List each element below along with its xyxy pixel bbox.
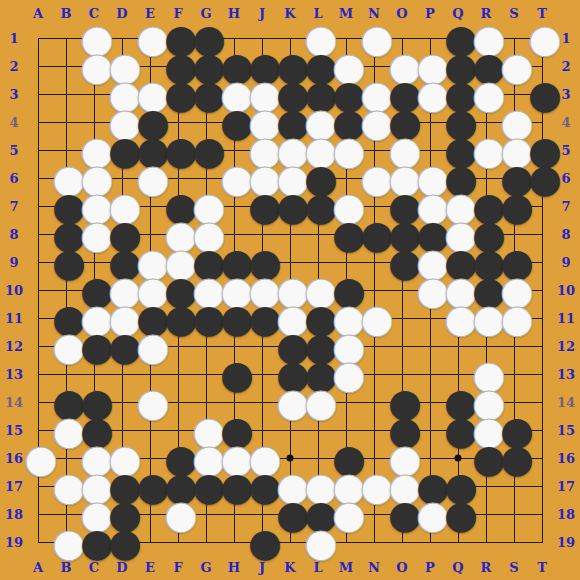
intersection[interactable] (24, 500, 52, 528)
intersection[interactable]: ● (80, 24, 108, 52)
intersection[interactable]: ● (80, 164, 108, 192)
intersection[interactable]: ● (500, 276, 528, 304)
intersection[interactable]: ● (164, 276, 192, 304)
intersection[interactable]: ● (52, 528, 80, 556)
intersection[interactable] (332, 164, 360, 192)
intersection[interactable] (360, 500, 388, 528)
intersection[interactable] (192, 360, 220, 388)
intersection[interactable] (220, 388, 248, 416)
intersection[interactable]: ● (500, 304, 528, 332)
intersection[interactable] (80, 80, 108, 108)
intersection[interactable]: ● (472, 192, 500, 220)
intersection[interactable]: ● (80, 388, 108, 416)
intersection[interactable] (220, 220, 248, 248)
intersection[interactable]: ● (52, 164, 80, 192)
intersection[interactable]: ● (136, 24, 164, 52)
intersection[interactable] (472, 528, 500, 556)
intersection[interactable]: ● (472, 360, 500, 388)
intersection[interactable]: ● (360, 164, 388, 192)
intersection[interactable] (248, 332, 276, 360)
intersection[interactable]: ● (192, 192, 220, 220)
intersection[interactable]: ● (80, 136, 108, 164)
intersection[interactable]: ● (332, 360, 360, 388)
intersection[interactable]: ● (472, 248, 500, 276)
intersection[interactable] (388, 276, 416, 304)
intersection[interactable] (500, 332, 528, 360)
intersection[interactable]: ● (108, 52, 136, 80)
intersection[interactable] (24, 164, 52, 192)
intersection[interactable]: ● (80, 332, 108, 360)
intersection[interactable]: ● (80, 276, 108, 304)
intersection[interactable]: ● (332, 472, 360, 500)
intersection[interactable]: ● (192, 220, 220, 248)
intersection[interactable]: ● (248, 276, 276, 304)
intersection[interactable]: ● (444, 108, 472, 136)
intersection[interactable] (52, 80, 80, 108)
intersection[interactable] (136, 52, 164, 80)
intersection[interactable]: ● (416, 472, 444, 500)
intersection[interactable]: ● (304, 108, 332, 136)
intersection[interactable] (472, 164, 500, 192)
intersection[interactable]: ● (164, 444, 192, 472)
intersection[interactable]: ● (528, 136, 556, 164)
intersection[interactable] (528, 388, 556, 416)
intersection[interactable] (136, 192, 164, 220)
intersection[interactable] (528, 304, 556, 332)
intersection[interactable]: ● (80, 528, 108, 556)
intersection[interactable]: ● (472, 388, 500, 416)
intersection[interactable]: ● (500, 164, 528, 192)
intersection[interactable]: ● (528, 80, 556, 108)
intersection[interactable] (80, 248, 108, 276)
intersection[interactable]: ● (304, 164, 332, 192)
intersection[interactable] (192, 500, 220, 528)
intersection[interactable]: ● (360, 24, 388, 52)
intersection[interactable] (416, 24, 444, 52)
intersection[interactable]: ● (304, 80, 332, 108)
intersection[interactable] (52, 500, 80, 528)
intersection[interactable]: ● (164, 304, 192, 332)
intersection[interactable] (276, 220, 304, 248)
intersection[interactable] (360, 136, 388, 164)
intersection[interactable] (332, 416, 360, 444)
intersection[interactable]: ● (164, 192, 192, 220)
intersection[interactable] (276, 528, 304, 556)
intersection[interactable]: ● (108, 332, 136, 360)
intersection[interactable]: ● (164, 52, 192, 80)
intersection[interactable]: ● (276, 192, 304, 220)
intersection[interactable]: ● (192, 472, 220, 500)
intersection[interactable]: ● (444, 388, 472, 416)
intersection[interactable] (444, 444, 472, 472)
intersection[interactable] (388, 24, 416, 52)
intersection[interactable]: ● (472, 416, 500, 444)
intersection[interactable] (136, 220, 164, 248)
intersection[interactable]: ● (276, 80, 304, 108)
intersection[interactable] (528, 276, 556, 304)
intersection[interactable] (500, 500, 528, 528)
intersection[interactable] (360, 276, 388, 304)
intersection[interactable] (24, 388, 52, 416)
intersection[interactable]: ● (444, 136, 472, 164)
intersection[interactable]: ● (388, 80, 416, 108)
intersection[interactable]: ● (388, 220, 416, 248)
intersection[interactable]: ● (80, 416, 108, 444)
intersection[interactable] (24, 220, 52, 248)
intersection[interactable]: ● (136, 136, 164, 164)
intersection[interactable]: ● (192, 416, 220, 444)
intersection[interactable] (220, 24, 248, 52)
intersection[interactable]: ● (388, 108, 416, 136)
intersection[interactable] (24, 416, 52, 444)
intersection[interactable]: ● (248, 80, 276, 108)
intersection[interactable]: ● (220, 416, 248, 444)
intersection[interactable]: ● (388, 416, 416, 444)
intersection[interactable]: ● (220, 444, 248, 472)
intersection[interactable] (136, 444, 164, 472)
intersection[interactable]: ● (444, 472, 472, 500)
intersection[interactable]: ● (332, 192, 360, 220)
intersection[interactable]: ● (500, 136, 528, 164)
intersection[interactable]: ● (472, 80, 500, 108)
intersection[interactable] (24, 276, 52, 304)
intersection[interactable]: ● (108, 136, 136, 164)
intersection[interactable] (528, 220, 556, 248)
intersection[interactable]: ● (416, 80, 444, 108)
intersection[interactable]: ● (108, 80, 136, 108)
intersection[interactable]: ● (388, 472, 416, 500)
intersection[interactable]: ● (136, 164, 164, 192)
intersection[interactable] (416, 136, 444, 164)
intersection[interactable]: ● (500, 192, 528, 220)
intersection[interactable]: ● (500, 248, 528, 276)
intersection[interactable] (164, 164, 192, 192)
intersection[interactable]: ● (388, 248, 416, 276)
intersection[interactable]: ● (444, 164, 472, 192)
intersection[interactable] (220, 192, 248, 220)
intersection[interactable]: ● (332, 332, 360, 360)
intersection[interactable] (332, 388, 360, 416)
intersection[interactable]: ● (248, 248, 276, 276)
intersection[interactable]: ● (108, 528, 136, 556)
intersection[interactable] (248, 388, 276, 416)
intersection[interactable] (80, 360, 108, 388)
intersection[interactable] (220, 332, 248, 360)
intersection[interactable] (52, 136, 80, 164)
intersection[interactable]: ● (248, 136, 276, 164)
intersection[interactable] (332, 248, 360, 276)
intersection[interactable]: ● (304, 136, 332, 164)
intersection[interactable] (52, 360, 80, 388)
intersection[interactable]: ● (416, 164, 444, 192)
intersection[interactable]: ● (80, 220, 108, 248)
intersection[interactable]: ● (136, 332, 164, 360)
intersection[interactable]: ● (108, 108, 136, 136)
intersection[interactable]: ● (52, 332, 80, 360)
intersection[interactable]: ● (416, 500, 444, 528)
intersection[interactable]: ● (108, 472, 136, 500)
intersection[interactable]: ● (304, 24, 332, 52)
intersection[interactable]: ● (276, 108, 304, 136)
intersection[interactable]: ● (304, 192, 332, 220)
intersection[interactable] (248, 416, 276, 444)
intersection[interactable] (136, 416, 164, 444)
intersection[interactable] (416, 528, 444, 556)
intersection[interactable]: ● (360, 80, 388, 108)
intersection[interactable] (444, 332, 472, 360)
intersection[interactable]: ● (332, 220, 360, 248)
intersection[interactable] (24, 528, 52, 556)
intersection[interactable]: ● (52, 388, 80, 416)
intersection[interactable]: ● (276, 472, 304, 500)
intersection[interactable]: ● (276, 52, 304, 80)
intersection[interactable] (52, 108, 80, 136)
intersection[interactable]: ● (304, 276, 332, 304)
intersection[interactable] (500, 472, 528, 500)
intersection[interactable]: ● (248, 192, 276, 220)
intersection[interactable]: ● (192, 80, 220, 108)
intersection[interactable]: ● (388, 164, 416, 192)
intersection[interactable] (304, 444, 332, 472)
intersection[interactable]: ● (220, 52, 248, 80)
intersection[interactable] (164, 360, 192, 388)
intersection[interactable]: ● (276, 304, 304, 332)
intersection[interactable]: ● (80, 444, 108, 472)
intersection[interactable]: ● (192, 248, 220, 276)
intersection[interactable]: ● (444, 52, 472, 80)
intersection[interactable]: ● (528, 24, 556, 52)
intersection[interactable]: ● (528, 164, 556, 192)
intersection[interactable]: ● (108, 444, 136, 472)
intersection[interactable]: ● (192, 24, 220, 52)
intersection[interactable]: ● (472, 52, 500, 80)
intersection[interactable]: ● (500, 52, 528, 80)
intersection[interactable] (164, 332, 192, 360)
intersection[interactable] (24, 248, 52, 276)
intersection[interactable] (472, 500, 500, 528)
intersection[interactable] (528, 248, 556, 276)
intersection[interactable] (360, 192, 388, 220)
intersection[interactable]: ● (164, 472, 192, 500)
intersection[interactable]: ● (332, 444, 360, 472)
intersection[interactable]: ● (444, 248, 472, 276)
intersection[interactable] (528, 416, 556, 444)
intersection[interactable] (360, 444, 388, 472)
intersection[interactable]: ● (220, 248, 248, 276)
intersection[interactable] (360, 416, 388, 444)
intersection[interactable]: ● (444, 416, 472, 444)
intersection[interactable] (444, 528, 472, 556)
intersection[interactable] (248, 220, 276, 248)
intersection[interactable]: ● (276, 388, 304, 416)
intersection[interactable]: ● (52, 304, 80, 332)
intersection[interactable]: ● (108, 248, 136, 276)
intersection[interactable] (24, 192, 52, 220)
intersection[interactable] (248, 500, 276, 528)
intersection[interactable] (52, 276, 80, 304)
intersection[interactable] (304, 416, 332, 444)
intersection[interactable]: ● (52, 248, 80, 276)
intersection[interactable]: ● (276, 276, 304, 304)
intersection[interactable]: ● (108, 304, 136, 332)
intersection[interactable]: ● (304, 528, 332, 556)
intersection[interactable]: ● (220, 360, 248, 388)
intersection[interactable]: ● (304, 500, 332, 528)
intersection[interactable] (276, 416, 304, 444)
intersection[interactable]: ● (416, 276, 444, 304)
intersection[interactable] (276, 248, 304, 276)
intersection[interactable]: ● (80, 472, 108, 500)
intersection[interactable] (500, 360, 528, 388)
intersection[interactable] (80, 108, 108, 136)
intersection[interactable] (220, 528, 248, 556)
intersection[interactable]: ● (444, 192, 472, 220)
intersection[interactable] (192, 388, 220, 416)
intersection[interactable]: ● (472, 444, 500, 472)
intersection[interactable]: ● (136, 108, 164, 136)
intersection[interactable]: ● (332, 500, 360, 528)
intersection[interactable] (192, 332, 220, 360)
intersection[interactable] (528, 360, 556, 388)
intersection[interactable]: ● (248, 108, 276, 136)
intersection[interactable] (332, 528, 360, 556)
intersection[interactable]: ● (444, 80, 472, 108)
intersection[interactable]: ● (472, 24, 500, 52)
intersection[interactable] (24, 52, 52, 80)
intersection[interactable] (192, 108, 220, 136)
intersection[interactable]: ● (164, 80, 192, 108)
intersection[interactable] (388, 360, 416, 388)
intersection[interactable] (164, 388, 192, 416)
intersection[interactable]: ● (220, 472, 248, 500)
intersection[interactable] (276, 24, 304, 52)
intersection[interactable] (528, 108, 556, 136)
intersection[interactable]: ● (192, 304, 220, 332)
intersection[interactable]: ● (360, 220, 388, 248)
intersection[interactable]: ● (164, 220, 192, 248)
intersection[interactable] (360, 248, 388, 276)
intersection[interactable] (192, 164, 220, 192)
intersection[interactable]: ● (248, 472, 276, 500)
intersection[interactable]: ● (220, 108, 248, 136)
intersection[interactable]: ● (388, 388, 416, 416)
intersection[interactable] (528, 52, 556, 80)
intersection[interactable] (164, 108, 192, 136)
intersection[interactable] (388, 528, 416, 556)
intersection[interactable] (416, 388, 444, 416)
intersection[interactable]: ● (500, 108, 528, 136)
intersection[interactable]: ● (220, 80, 248, 108)
intersection[interactable]: ● (80, 52, 108, 80)
intersection[interactable]: ● (276, 332, 304, 360)
intersection[interactable] (108, 164, 136, 192)
intersection[interactable]: ● (136, 80, 164, 108)
intersection[interactable]: ● (108, 500, 136, 528)
intersection[interactable]: ● (388, 444, 416, 472)
intersection[interactable]: ● (360, 304, 388, 332)
intersection[interactable]: ● (220, 304, 248, 332)
intersection[interactable]: ● (276, 500, 304, 528)
intersection[interactable] (500, 80, 528, 108)
intersection[interactable] (136, 500, 164, 528)
intersection[interactable] (528, 444, 556, 472)
intersection[interactable] (164, 416, 192, 444)
intersection[interactable]: ● (108, 220, 136, 248)
intersection[interactable]: ● (164, 248, 192, 276)
intersection[interactable]: ● (24, 444, 52, 472)
intersection[interactable]: ● (472, 136, 500, 164)
intersection[interactable]: ● (472, 304, 500, 332)
intersection[interactable]: ● (164, 24, 192, 52)
intersection[interactable] (360, 332, 388, 360)
intersection[interactable] (528, 500, 556, 528)
intersection[interactable]: ● (332, 52, 360, 80)
intersection[interactable] (500, 220, 528, 248)
intersection[interactable]: ● (444, 304, 472, 332)
intersection[interactable]: ● (360, 108, 388, 136)
intersection[interactable] (136, 528, 164, 556)
intersection[interactable]: ● (80, 304, 108, 332)
intersection[interactable] (416, 444, 444, 472)
intersection[interactable] (500, 388, 528, 416)
intersection[interactable]: ● (192, 444, 220, 472)
intersection[interactable] (52, 24, 80, 52)
intersection[interactable] (24, 304, 52, 332)
intersection[interactable]: ● (52, 472, 80, 500)
intersection[interactable]: ● (388, 500, 416, 528)
intersection[interactable] (416, 108, 444, 136)
intersection[interactable]: ● (388, 192, 416, 220)
intersection[interactable]: ● (192, 136, 220, 164)
intersection[interactable]: ● (52, 220, 80, 248)
intersection[interactable]: ● (276, 164, 304, 192)
intersection[interactable]: ● (136, 248, 164, 276)
intersection[interactable] (360, 388, 388, 416)
intersection[interactable] (248, 24, 276, 52)
intersection[interactable]: ● (332, 276, 360, 304)
intersection[interactable] (416, 360, 444, 388)
intersection[interactable] (332, 24, 360, 52)
intersection[interactable]: ● (248, 164, 276, 192)
intersection[interactable] (24, 80, 52, 108)
intersection[interactable] (528, 332, 556, 360)
intersection[interactable] (304, 248, 332, 276)
intersection[interactable] (248, 360, 276, 388)
intersection[interactable]: ● (416, 220, 444, 248)
intersection[interactable] (304, 220, 332, 248)
intersection[interactable] (472, 332, 500, 360)
intersection[interactable] (24, 360, 52, 388)
intersection[interactable] (276, 444, 304, 472)
intersection[interactable]: ● (332, 80, 360, 108)
intersection[interactable] (416, 304, 444, 332)
intersection[interactable]: ● (304, 360, 332, 388)
intersection[interactable]: ● (304, 388, 332, 416)
intersection[interactable]: ● (136, 276, 164, 304)
intersection[interactable] (24, 136, 52, 164)
intersection[interactable]: ● (276, 360, 304, 388)
intersection[interactable]: ● (304, 472, 332, 500)
intersection[interactable]: ● (332, 136, 360, 164)
intersection[interactable]: ● (500, 444, 528, 472)
intersection[interactable]: ● (108, 192, 136, 220)
intersection[interactable]: ● (192, 276, 220, 304)
intersection[interactable]: ● (388, 136, 416, 164)
intersection[interactable] (500, 528, 528, 556)
intersection[interactable]: ● (164, 500, 192, 528)
intersection[interactable] (24, 108, 52, 136)
intersection[interactable] (24, 24, 52, 52)
